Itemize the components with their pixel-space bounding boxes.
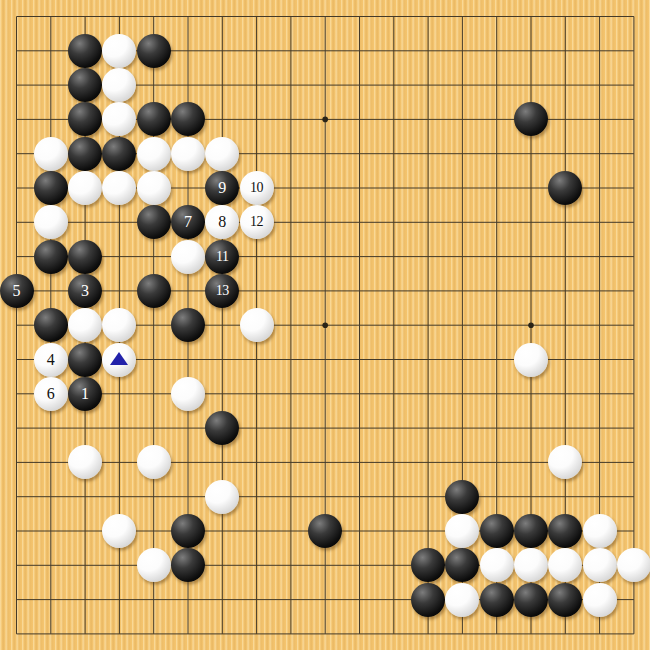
black-stone[interactable] <box>34 308 68 342</box>
white-stone[interactable] <box>137 445 171 479</box>
black-stone[interactable] <box>171 308 205 342</box>
white-stone[interactable] <box>583 514 617 548</box>
black-stone[interactable] <box>548 583 582 617</box>
move-number-label: 1 <box>81 386 89 402</box>
black-stone[interactable] <box>480 583 514 617</box>
black-stone[interactable] <box>68 34 102 68</box>
black-stone[interactable]: 13 <box>205 274 239 308</box>
white-stone[interactable] <box>583 548 617 582</box>
white-stone[interactable] <box>617 548 650 582</box>
black-stone[interactable] <box>308 514 342 548</box>
black-stone[interactable]: 11 <box>205 240 239 274</box>
move-number-label: 9 <box>218 180 226 196</box>
move-number-label: 6 <box>47 386 55 402</box>
triangle-marker-icon <box>110 352 128 365</box>
move-number-label: 5 <box>13 283 21 299</box>
black-stone[interactable] <box>68 240 102 274</box>
white-stone[interactable] <box>137 548 171 582</box>
move-number-label: 7 <box>184 214 192 230</box>
white-stone[interactable] <box>137 171 171 205</box>
white-stone[interactable] <box>102 34 136 68</box>
move-number-label: 12 <box>250 215 263 229</box>
move-number-label: 11 <box>216 250 228 264</box>
white-stone[interactable] <box>514 343 548 377</box>
black-stone[interactable] <box>411 583 445 617</box>
star-point <box>322 322 328 328</box>
white-stone[interactable] <box>583 583 617 617</box>
move-number-label: 8 <box>218 214 226 230</box>
white-stone[interactable] <box>205 137 239 171</box>
black-stone[interactable]: 1 <box>68 377 102 411</box>
move-number-label: 13 <box>216 284 229 298</box>
black-stone[interactable] <box>34 240 68 274</box>
black-stone[interactable] <box>34 171 68 205</box>
move-number-label: 4 <box>47 352 55 368</box>
black-stone[interactable]: 5 <box>0 274 34 308</box>
white-stone[interactable] <box>445 583 479 617</box>
black-stone[interactable]: 3 <box>68 274 102 308</box>
black-stone[interactable] <box>514 514 548 548</box>
white-stone[interactable] <box>171 137 205 171</box>
black-stone[interactable] <box>137 205 171 239</box>
white-stone[interactable] <box>240 308 274 342</box>
star-point <box>322 117 328 123</box>
white-stone[interactable]: 6 <box>34 377 68 411</box>
black-stone[interactable] <box>137 274 171 308</box>
black-stone[interactable] <box>137 102 171 136</box>
black-stone[interactable] <box>514 583 548 617</box>
white-stone[interactable]: 10 <box>240 171 274 205</box>
white-stone[interactable] <box>68 171 102 205</box>
black-stone[interactable] <box>137 34 171 68</box>
black-stone[interactable] <box>102 137 136 171</box>
star-point <box>528 322 534 328</box>
white-stone[interactable] <box>34 205 68 239</box>
move-number-label: 3 <box>81 283 89 299</box>
white-stone[interactable] <box>171 240 205 274</box>
white-stone[interactable]: 4 <box>34 343 68 377</box>
white-stone[interactable] <box>171 377 205 411</box>
black-stone[interactable] <box>68 137 102 171</box>
white-stone[interactable] <box>205 480 239 514</box>
white-stone[interactable]: 12 <box>240 205 274 239</box>
go-board[interactable]: 9107812115313461 <box>0 0 650 650</box>
black-stone[interactable] <box>445 480 479 514</box>
white-stone[interactable] <box>34 137 68 171</box>
white-stone[interactable] <box>137 137 171 171</box>
white-stone[interactable] <box>102 343 136 377</box>
screenshot-stage: 9107812115313461 <box>0 0 650 650</box>
black-stone[interactable] <box>171 514 205 548</box>
black-stone[interactable] <box>68 68 102 102</box>
black-stone[interactable] <box>68 343 102 377</box>
white-stone[interactable] <box>480 548 514 582</box>
black-stone[interactable] <box>480 514 514 548</box>
move-number-label: 10 <box>250 181 263 195</box>
